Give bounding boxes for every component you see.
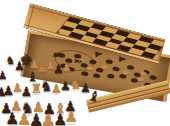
chess-set-photo: ♞♟♟♝♟ ♞♟♟♟♚♟♛♝♟♟♟♟♟♟♜♞♟♟♞♟♝♟♟♞♟♟♝♟♟♟♟♟♟♟ [0, 0, 170, 126]
loose-piece-p: ♟ [62, 62, 72, 73]
loose-piece-p: ♟ [65, 110, 78, 125]
loose-pieces: ♞♟♟♟♚♟♛♝♟♟♟♟♟♟♜♞♟♟♞♟♝♟♟♞♟♟♝♟♟♟♟♟♟♟ [0, 0, 170, 126]
loose-piece-p: ♟ [0, 70, 7, 81]
loose-piece-b: ♝ [86, 87, 102, 104]
